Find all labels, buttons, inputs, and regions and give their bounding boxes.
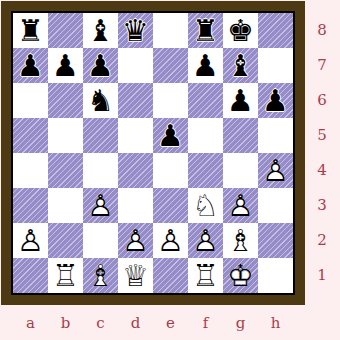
square-h4[interactable]: ♟♙	[258, 153, 293, 188]
file-label-c: c	[83, 312, 118, 334]
rank-label-1: 1	[311, 258, 333, 293]
rank-label-5: 5	[311, 118, 333, 153]
square-b5[interactable]	[48, 118, 83, 153]
square-c5[interactable]	[83, 118, 118, 153]
square-e1[interactable]	[153, 258, 188, 293]
piece-white-pawn: ♟♙	[188, 223, 223, 258]
square-h7[interactable]	[258, 48, 293, 83]
piece-white-bishop: ♝♗	[83, 258, 118, 293]
square-a1[interactable]	[13, 258, 48, 293]
square-a3[interactable]	[13, 188, 48, 223]
piece-black-pawn: ♟	[223, 83, 258, 118]
piece-black-pawn: ♟	[153, 118, 188, 153]
piece-white-rook: ♜♖	[48, 258, 83, 293]
square-a6[interactable]	[13, 83, 48, 118]
piece-white-queen: ♛♕	[118, 258, 153, 293]
square-f3[interactable]: ♞♘	[188, 188, 223, 223]
piece-white-king: ♚♔	[223, 258, 258, 293]
piece-white-pawn: ♟♙	[83, 188, 118, 223]
square-f6[interactable]	[188, 83, 223, 118]
square-e8[interactable]	[153, 13, 188, 48]
square-h8[interactable]	[258, 13, 293, 48]
rank-label-3: 3	[311, 188, 333, 223]
board-frame: ♜♝♛♜♚♟♟♟♟♝♞♟♟♟♟♙♟♙♞♘♟♙♟♙♟♙♟♙♟♙♝♗♜♖♝♗♛♕♜♖…	[1, 1, 305, 305]
piece-white-bishop: ♝♗	[223, 223, 258, 258]
piece-white-rook: ♜♖	[188, 258, 223, 293]
square-g6[interactable]: ♟	[223, 83, 258, 118]
square-h2[interactable]	[258, 223, 293, 258]
square-c2[interactable]	[83, 223, 118, 258]
piece-white-pawn: ♟♙	[258, 153, 293, 188]
piece-white-pawn: ♟♙	[223, 188, 258, 223]
file-label-a: a	[13, 312, 48, 334]
square-f5[interactable]	[188, 118, 223, 153]
square-e6[interactable]	[153, 83, 188, 118]
file-label-d: d	[118, 312, 153, 334]
square-e3[interactable]	[153, 188, 188, 223]
square-d2[interactable]: ♟♙	[118, 223, 153, 258]
piece-black-rook: ♜	[13, 13, 48, 48]
square-e2[interactable]: ♟♙	[153, 223, 188, 258]
file-label-f: f	[188, 312, 223, 334]
square-h6[interactable]: ♟	[258, 83, 293, 118]
piece-black-queen: ♛	[118, 13, 153, 48]
square-b4[interactable]	[48, 153, 83, 188]
square-d7[interactable]	[118, 48, 153, 83]
square-d6[interactable]	[118, 83, 153, 118]
file-labels: abcdefgh	[13, 312, 293, 334]
square-a2[interactable]: ♟♙	[13, 223, 48, 258]
file-label-h: h	[258, 312, 293, 334]
file-label-g: g	[223, 312, 258, 334]
board-grid: ♜♝♛♜♚♟♟♟♟♝♞♟♟♟♟♙♟♙♞♘♟♙♟♙♟♙♟♙♟♙♝♗♜♖♝♗♛♕♜♖…	[11, 11, 295, 295]
piece-black-pawn: ♟	[258, 83, 293, 118]
piece-black-knight: ♞	[83, 83, 118, 118]
file-label-b: b	[48, 312, 83, 334]
square-g2[interactable]: ♝♗	[223, 223, 258, 258]
square-h3[interactable]	[258, 188, 293, 223]
square-g4[interactable]	[223, 153, 258, 188]
rank-label-6: 6	[311, 83, 333, 118]
piece-white-pawn: ♟♙	[13, 223, 48, 258]
square-a8[interactable]: ♜	[13, 13, 48, 48]
square-g8[interactable]: ♚	[223, 13, 258, 48]
square-c8[interactable]: ♝	[83, 13, 118, 48]
square-f4[interactable]	[188, 153, 223, 188]
piece-black-pawn: ♟	[188, 48, 223, 83]
square-f2[interactable]: ♟♙	[188, 223, 223, 258]
file-label-e: e	[153, 312, 188, 334]
chess-diagram: ♜♝♛♜♚♟♟♟♟♝♞♟♟♟♟♙♟♙♞♘♟♙♟♙♟♙♟♙♟♙♝♗♜♖♝♗♛♕♜♖…	[0, 0, 340, 340]
piece-white-knight: ♞♘	[188, 188, 223, 223]
square-d4[interactable]	[118, 153, 153, 188]
square-g7[interactable]: ♝	[223, 48, 258, 83]
square-a7[interactable]: ♟	[13, 48, 48, 83]
square-h5[interactable]	[258, 118, 293, 153]
square-f1[interactable]: ♜♖	[188, 258, 223, 293]
square-d3[interactable]	[118, 188, 153, 223]
square-b1[interactable]: ♜♖	[48, 258, 83, 293]
square-b7[interactable]: ♟	[48, 48, 83, 83]
square-b2[interactable]	[48, 223, 83, 258]
piece-black-pawn: ♟	[13, 48, 48, 83]
square-g5[interactable]	[223, 118, 258, 153]
square-h1[interactable]	[258, 258, 293, 293]
square-e7[interactable]	[153, 48, 188, 83]
square-b6[interactable]	[48, 83, 83, 118]
rank-label-4: 4	[311, 153, 333, 188]
rank-labels: 87654321	[311, 13, 333, 293]
square-d8[interactable]: ♛	[118, 13, 153, 48]
piece-black-rook: ♜	[188, 13, 223, 48]
square-c1[interactable]: ♝♗	[83, 258, 118, 293]
piece-white-pawn: ♟♙	[153, 223, 188, 258]
square-c4[interactable]	[83, 153, 118, 188]
square-e4[interactable]	[153, 153, 188, 188]
square-d5[interactable]	[118, 118, 153, 153]
rank-label-8: 8	[311, 13, 333, 48]
square-d1[interactable]: ♛♕	[118, 258, 153, 293]
square-a5[interactable]	[13, 118, 48, 153]
square-b3[interactable]	[48, 188, 83, 223]
square-g3[interactable]: ♟♙	[223, 188, 258, 223]
rank-label-7: 7	[311, 48, 333, 83]
square-b8[interactable]	[48, 13, 83, 48]
square-e5[interactable]: ♟	[153, 118, 188, 153]
piece-white-pawn: ♟♙	[118, 223, 153, 258]
piece-black-bishop: ♝	[83, 13, 118, 48]
square-a4[interactable]	[13, 153, 48, 188]
rank-label-2: 2	[311, 223, 333, 258]
square-c6[interactable]: ♞	[83, 83, 118, 118]
square-g1[interactable]: ♚♔	[223, 258, 258, 293]
piece-black-bishop: ♝	[223, 48, 258, 83]
square-c3[interactable]: ♟♙	[83, 188, 118, 223]
square-f7[interactable]: ♟	[188, 48, 223, 83]
piece-black-pawn: ♟	[83, 48, 118, 83]
square-c7[interactable]: ♟	[83, 48, 118, 83]
piece-black-pawn: ♟	[48, 48, 83, 83]
square-f8[interactable]: ♜	[188, 13, 223, 48]
piece-black-king: ♚	[223, 13, 258, 48]
